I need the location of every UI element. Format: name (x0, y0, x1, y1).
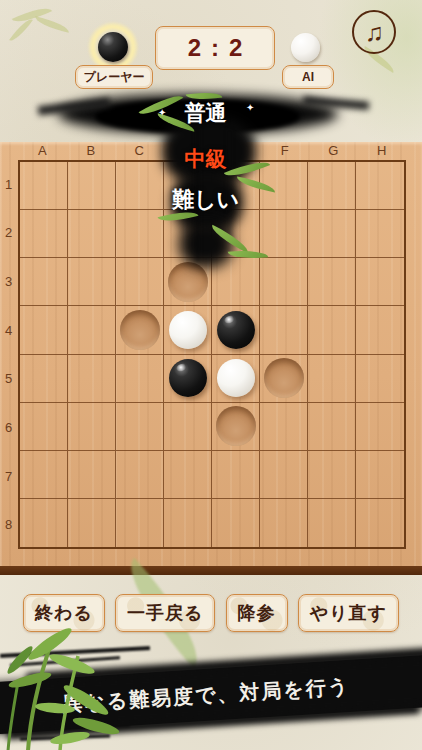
player-score: 2 (188, 34, 201, 62)
cell-d6[interactable] (164, 403, 212, 451)
cell-e6[interactable] (212, 403, 260, 451)
cell-f4[interactable] (260, 306, 308, 354)
ai-white-stone (291, 33, 320, 62)
difficulty-option-intermediate-selected[interactable]: 中級 (148, 145, 263, 173)
cell-b8[interactable] (68, 499, 116, 547)
cell-f5[interactable] (260, 355, 308, 403)
cell-c4[interactable] (116, 306, 164, 354)
cell-b1[interactable] (68, 162, 116, 210)
legal-move-hint[interactable] (264, 358, 304, 398)
column-label-h: H (358, 143, 407, 159)
cell-d8[interactable] (164, 499, 212, 547)
cell-h1[interactable] (356, 162, 404, 210)
stone-highlight (175, 362, 188, 373)
cell-c5[interactable] (116, 355, 164, 403)
ink-drip (179, 220, 233, 268)
score-separator: : (211, 34, 219, 62)
cell-g8[interactable] (308, 499, 356, 547)
legal-move-hint[interactable] (120, 310, 160, 350)
cell-b4[interactable] (68, 306, 116, 354)
row-label-7: 7 (0, 452, 17, 501)
white-stone (169, 311, 207, 349)
cell-h7[interactable] (356, 451, 404, 499)
cell-a2[interactable] (20, 210, 68, 258)
cell-g5[interactable] (308, 355, 356, 403)
score-display: 2 : 2 (155, 26, 275, 70)
cell-h4[interactable] (356, 306, 404, 354)
cell-c7[interactable] (116, 451, 164, 499)
cell-g7[interactable] (308, 451, 356, 499)
cell-h3[interactable] (356, 258, 404, 306)
cell-g1[interactable] (308, 162, 356, 210)
redo-button[interactable]: やり直す (298, 594, 399, 632)
cell-f6[interactable] (260, 403, 308, 451)
board-bottom-edge (0, 566, 422, 575)
cell-h2[interactable] (356, 210, 404, 258)
surrender-button[interactable]: 降参 (226, 594, 288, 632)
cell-f3[interactable] (260, 258, 308, 306)
cell-b3[interactable] (68, 258, 116, 306)
difficulty-option-normal[interactable]: 普通 (148, 99, 263, 127)
cell-b2[interactable] (68, 210, 116, 258)
player-black-stone (98, 32, 128, 62)
stone-highlight (223, 362, 236, 373)
row-label-3: 3 (0, 257, 17, 306)
row-label-5: 5 (0, 355, 17, 404)
legal-move-hint[interactable] (216, 406, 256, 446)
cell-f2[interactable] (260, 210, 308, 258)
black-stone (217, 311, 255, 349)
cell-c3[interactable] (116, 258, 164, 306)
music-note-icon: ♫ (365, 18, 384, 47)
white-stone (217, 359, 255, 397)
ai-score: 2 (229, 34, 242, 62)
difficulty-option-hard[interactable]: 難しい (148, 185, 263, 215)
stone-highlight (175, 314, 188, 325)
row-label-2: 2 (0, 209, 17, 258)
cell-a3[interactable] (20, 258, 68, 306)
row-label-8: 8 (0, 500, 17, 549)
cell-h5[interactable] (356, 355, 404, 403)
row-label-6: 6 (0, 403, 17, 452)
cell-h8[interactable] (356, 499, 404, 547)
cell-h6[interactable] (356, 403, 404, 451)
bamboo-leaf-decor (33, 16, 70, 32)
row-labels: 12345678 (0, 160, 17, 549)
cell-e8[interactable] (212, 499, 260, 547)
cell-e5[interactable] (212, 355, 260, 403)
column-label-a: A (18, 143, 67, 159)
cell-a6[interactable] (20, 403, 68, 451)
cell-b7[interactable] (68, 451, 116, 499)
cell-a8[interactable] (20, 499, 68, 547)
column-label-f: F (261, 143, 310, 159)
cell-d4[interactable] (164, 306, 212, 354)
row-label-4: 4 (0, 306, 17, 355)
cell-b6[interactable] (68, 403, 116, 451)
music-toggle-button[interactable]: ♫ (352, 10, 396, 54)
cell-g3[interactable] (308, 258, 356, 306)
cell-a5[interactable] (20, 355, 68, 403)
bamboo-plant-decor (0, 606, 150, 750)
cell-c8[interactable] (116, 499, 164, 547)
cell-c6[interactable] (116, 403, 164, 451)
cell-g4[interactable] (308, 306, 356, 354)
cell-g2[interactable] (308, 210, 356, 258)
black-stone (169, 359, 207, 397)
stone-highlight (223, 314, 236, 325)
cell-d7[interactable] (164, 451, 212, 499)
cell-f7[interactable] (260, 451, 308, 499)
ai-label: AI (282, 65, 334, 89)
cell-a4[interactable] (20, 306, 68, 354)
cell-a7[interactable] (20, 451, 68, 499)
row-label-1: 1 (0, 160, 17, 209)
player-label: プレーヤー (75, 65, 153, 89)
column-label-b: B (67, 143, 116, 159)
cell-d5[interactable] (164, 355, 212, 403)
cell-f8[interactable] (260, 499, 308, 547)
app-screen: プレーヤー 2 : 2 AI ♫ ABCDEFGH 12345678 ✦ ✦ 普… (0, 0, 422, 750)
column-label-g: G (309, 143, 358, 159)
cell-b5[interactable] (68, 355, 116, 403)
cell-e7[interactable] (212, 451, 260, 499)
cell-g6[interactable] (308, 403, 356, 451)
cell-e4[interactable] (212, 306, 260, 354)
cell-a1[interactable] (20, 162, 68, 210)
